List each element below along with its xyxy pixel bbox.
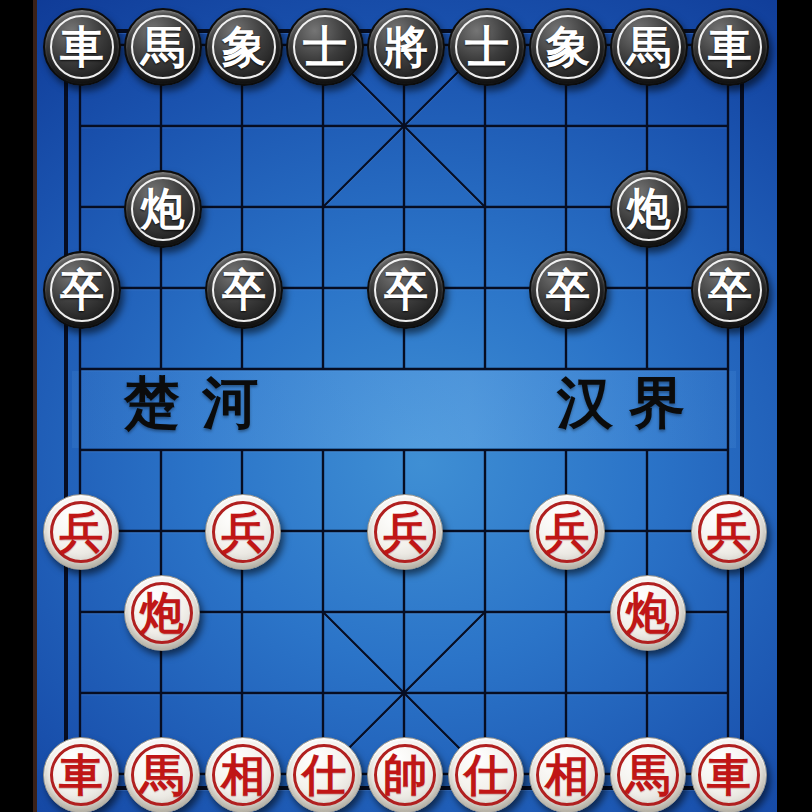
piece-glyph: 卒 (708, 268, 752, 312)
piece-glyph: 卒 (546, 268, 590, 312)
piece-red-soldier[interactable]: 兵 (691, 494, 767, 570)
piece-glyph: 車 (59, 753, 103, 797)
piece-red-cannon[interactable]: 炮 (124, 575, 200, 651)
piece-red-horse[interactable]: 馬 (124, 737, 200, 812)
piece-glyph: 馬 (141, 25, 185, 69)
piece-red-horse[interactable]: 馬 (610, 737, 686, 812)
piece-glyph: 車 (708, 25, 752, 69)
piece-red-soldier[interactable]: 兵 (205, 494, 281, 570)
piece-black-chariot[interactable]: 車 (691, 8, 769, 86)
piece-black-soldier[interactable]: 卒 (43, 251, 121, 329)
piece-glyph: 卒 (384, 268, 428, 312)
piece-glyph: 炮 (627, 187, 671, 231)
piece-glyph: 相 (221, 753, 265, 797)
piece-glyph: 馬 (626, 753, 670, 797)
piece-black-soldier[interactable]: 卒 (367, 251, 445, 329)
river-band (72, 371, 736, 448)
piece-glyph: 兵 (59, 510, 103, 554)
piece-red-general[interactable]: 帥 (367, 737, 443, 812)
piece-red-soldier[interactable]: 兵 (367, 494, 443, 570)
piece-glyph: 士 (303, 25, 347, 69)
piece-glyph: 象 (222, 25, 266, 69)
piece-glyph: 兵 (221, 510, 265, 554)
piece-glyph: 馬 (627, 25, 671, 69)
piece-black-horse[interactable]: 馬 (124, 8, 202, 86)
piece-glyph: 仕 (302, 753, 346, 797)
piece-red-advisor[interactable]: 仕 (448, 737, 524, 812)
piece-black-general[interactable]: 將 (367, 8, 445, 86)
piece-black-elephant[interactable]: 象 (529, 8, 607, 86)
piece-black-advisor[interactable]: 士 (448, 8, 526, 86)
piece-glyph: 仕 (464, 753, 508, 797)
piece-black-soldier[interactable]: 卒 (205, 251, 283, 329)
piece-glyph: 兵 (545, 510, 589, 554)
piece-glyph: 卒 (222, 268, 266, 312)
piece-glyph: 將 (384, 25, 428, 69)
piece-red-chariot[interactable]: 車 (691, 737, 767, 812)
piece-red-soldier[interactable]: 兵 (529, 494, 605, 570)
xiangqi-app: 楚河 汉界 車馬象士將士象馬車炮炮卒卒卒卒卒兵兵兵兵兵炮炮車馬相仕帥仕相馬車 (0, 0, 812, 812)
piece-red-elephant[interactable]: 相 (529, 737, 605, 812)
piece-glyph: 卒 (60, 268, 104, 312)
piece-glyph: 兵 (383, 510, 427, 554)
piece-red-soldier[interactable]: 兵 (43, 494, 119, 570)
piece-black-elephant[interactable]: 象 (205, 8, 283, 86)
piece-glyph: 帥 (383, 753, 427, 797)
piece-red-chariot[interactable]: 車 (43, 737, 119, 812)
piece-black-horse[interactable]: 馬 (610, 8, 688, 86)
piece-black-cannon[interactable]: 炮 (124, 170, 202, 248)
piece-glyph: 車 (707, 753, 751, 797)
piece-black-chariot[interactable]: 車 (43, 8, 121, 86)
piece-glyph: 炮 (626, 591, 670, 635)
piece-glyph: 炮 (141, 187, 185, 231)
piece-black-soldier[interactable]: 卒 (529, 251, 607, 329)
piece-black-soldier[interactable]: 卒 (691, 251, 769, 329)
piece-glyph: 馬 (140, 753, 184, 797)
piece-black-advisor[interactable]: 士 (286, 8, 364, 86)
piece-glyph: 炮 (140, 591, 184, 635)
piece-red-cannon[interactable]: 炮 (610, 575, 686, 651)
piece-glyph: 象 (546, 25, 590, 69)
piece-glyph: 車 (60, 25, 104, 69)
piece-black-cannon[interactable]: 炮 (610, 170, 688, 248)
piece-glyph: 士 (465, 25, 509, 69)
piece-glyph: 兵 (707, 510, 751, 554)
piece-glyph: 相 (545, 753, 589, 797)
piece-red-advisor[interactable]: 仕 (286, 737, 362, 812)
piece-red-elephant[interactable]: 相 (205, 737, 281, 812)
